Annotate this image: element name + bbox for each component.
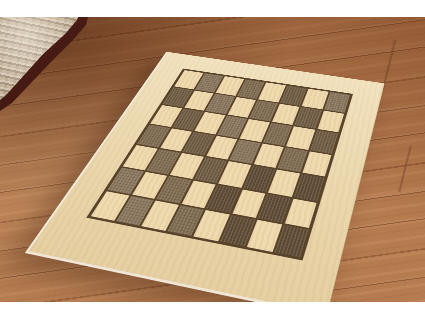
board-square [324,92,350,113]
board-square [310,130,338,154]
floor-plank-joint [398,145,412,192]
board-square [302,151,332,176]
top-white-margin [0,0,425,17]
room-photo [0,17,425,302]
bottom-white-margin [0,302,425,322]
board-square [317,110,344,132]
photo-canvas: Cream wool rug with an empty 8x7 checker… [0,0,425,322]
board-square [293,174,324,202]
